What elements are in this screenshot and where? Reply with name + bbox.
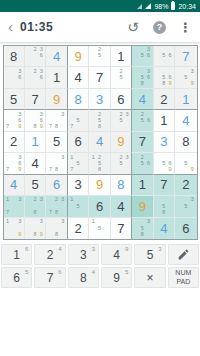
cell-r3c7[interactable]: 4 [132, 89, 153, 110]
digit-label: 1 [13, 248, 20, 262]
digit-button-8[interactable]: 84 [68, 267, 99, 288]
pencil-marks: 57 [68, 110, 88, 130]
cell-value: 1 [139, 178, 146, 191]
pencil-marks: 38 [46, 218, 66, 239]
cell-value: 9 [117, 135, 124, 148]
pencil-marks: 3679 [4, 153, 24, 173]
cell-r4c6[interactable]: 235 [111, 110, 132, 131]
digit-label: 7 [47, 271, 54, 285]
cell-value: 6 [74, 135, 81, 148]
cell-r4c1[interactable]: 3679 [4, 110, 25, 131]
digit-label: 3 [80, 248, 87, 262]
digit-placed-count: 4 [58, 246, 61, 252]
cell-r1c6[interactable]: 1 [111, 46, 132, 67]
pencil-marks: 569 [154, 153, 174, 173]
cell-value: 7 [139, 135, 146, 148]
network-icon [137, 4, 142, 9]
digit-placed-count: 3 [92, 246, 95, 252]
cell-value: 6 [96, 200, 103, 213]
cell-r8c1[interactable]: 137 [4, 196, 25, 217]
digit-label: 2 [47, 248, 54, 262]
cell-r5c1[interactable]: 2 [4, 132, 25, 153]
pencil-marks: 25 [111, 67, 131, 87]
cell-r7c9[interactable]: 2 [175, 175, 196, 196]
pencil-marks: 235 [111, 110, 131, 130]
cell-r4c5[interactable]: 258 [89, 110, 110, 131]
cell-r6c2[interactable]: 4 [25, 153, 46, 174]
cell-value: 7 [182, 50, 189, 63]
cell-r8c5[interactable]: 6 [89, 196, 110, 217]
cell-r7c5[interactable]: 9 [89, 175, 110, 196]
help-icon[interactable]: ? [153, 21, 166, 34]
cell-r4c7[interactable]: 256 [132, 110, 153, 131]
cell-value: 2 [182, 178, 189, 191]
pencil-marks: 378 [46, 110, 66, 130]
pencil-marks: 359 [175, 67, 196, 87]
cell-r9c1[interactable]: 139 [4, 218, 25, 239]
cell-r9c6[interactable]: 7 [111, 218, 132, 239]
pencil-mode-icon[interactable] [168, 244, 199, 265]
cell-r1c8[interactable]: 56 [154, 46, 175, 67]
cell-r9c5[interactable]: 15 [89, 218, 110, 239]
status-bar: 98% 20:34 [0, 0, 200, 12]
digit-button-7[interactable]: 76 [34, 267, 65, 288]
cell-value: 8 [182, 135, 189, 148]
cell-value: 4 [32, 157, 39, 170]
cell-r3c5[interactable]: 3 [89, 89, 110, 110]
pencil-marks: 36 [4, 67, 24, 87]
cell-value: 8 [117, 178, 124, 191]
pencil-marks: 235 [111, 153, 131, 173]
digit-button-1[interactable]: 16 [1, 244, 32, 265]
cell-r1c9[interactable]: 7 [175, 46, 196, 67]
cell-value: 2 [10, 135, 17, 148]
cell-r4c4[interactable]: 57 [68, 110, 89, 131]
pencil-icon [177, 248, 190, 261]
pencil-marks: 256 [132, 110, 152, 130]
cell-r1c5[interactable]: 25 [89, 46, 110, 67]
cell-r5c8[interactable]: 3 [154, 132, 175, 153]
cell-value: 6 [117, 93, 124, 106]
digit-placed-count: 3 [158, 246, 161, 252]
cell-r9c7[interactable]: 358 [132, 218, 153, 239]
cell-r3c4[interactable]: 8 [68, 89, 89, 110]
pencil-marks: 15 [89, 218, 109, 239]
cell-value: 7 [117, 222, 124, 235]
cell-r8c8[interactable]: 58 [154, 196, 175, 217]
cell-r5c2[interactable]: 1 [25, 132, 46, 153]
pencil-marks: 358 [132, 218, 152, 239]
cell-value: 1 [160, 114, 167, 127]
cell-r5c7[interactable]: 7 [132, 132, 153, 153]
pencil-marks: 3679 [4, 110, 24, 130]
pencil-marks: 56 [154, 46, 174, 66]
pencil-marks: 157 [68, 153, 88, 173]
digit-button-5[interactable]: 53 [134, 244, 165, 265]
pencil-marks: 59 [175, 153, 196, 173]
erase-button[interactable]: × [134, 267, 165, 288]
pencil-marks: 238 [25, 196, 45, 216]
pencil-marks: 3689 [25, 110, 45, 130]
digit-button-9[interactable]: 95 [101, 267, 132, 288]
battery-percent: 98% [154, 3, 168, 10]
cell-r8c4[interactable]: 15 [68, 196, 89, 217]
pencil-marks: 236 [25, 46, 45, 66]
cell-value: 3 [96, 93, 103, 106]
cell-r2c9[interactable]: 359 [175, 67, 196, 88]
cell-r1c2[interactable]: 236 [25, 46, 46, 67]
cell-r6c1[interactable]: 3679 [4, 153, 25, 174]
digit-placed-count: 6 [25, 246, 28, 252]
digit-placed-count: 6 [58, 269, 61, 275]
cell-r8c6[interactable]: 4 [111, 196, 132, 217]
digit-label: 6 [13, 271, 20, 285]
cell-value: 1 [32, 135, 39, 148]
cell-value: 7 [160, 178, 167, 191]
digit-label: × [146, 271, 153, 285]
cell-value: 4 [160, 222, 167, 235]
cell-r7c7[interactable]: 1 [132, 175, 153, 196]
cell-r4c3[interactable]: 378 [46, 110, 67, 131]
cell-r6c9[interactable]: 59 [175, 153, 196, 174]
cell-value: 1 [53, 71, 60, 84]
pencil-marks: 15 [68, 196, 88, 216]
digit-button-2[interactable]: 24 [34, 244, 65, 265]
cell-r4c2[interactable]: 3689 [25, 110, 46, 131]
cell-r6c3[interactable]: 378 [46, 153, 67, 174]
cell-r1c3[interactable]: 4 [46, 46, 67, 67]
cell-r2c1[interactable]: 36 [4, 67, 25, 88]
cell-value: 4 [96, 135, 103, 148]
cell-value: 5 [53, 135, 60, 148]
battery-icon [171, 2, 175, 10]
pencil-marks: 58 [154, 196, 174, 216]
cell-r8c3[interactable]: 2378 [46, 196, 67, 217]
pencil-marks: 137 [4, 196, 24, 216]
cell-r8c9[interactable]: 35 [175, 196, 196, 217]
cell-r2c7[interactable]: 3568 [132, 67, 153, 88]
cell-value: 3 [74, 178, 81, 191]
sudoku-board: 8236492513565673623614725356856893595798… [3, 45, 198, 240]
cell-r9c4[interactable]: 2 [68, 218, 89, 239]
cell-value: 4 [182, 114, 189, 127]
cell-r8c7[interactable]: 9 [132, 196, 153, 217]
cell-r7c3[interactable]: 6 [46, 175, 67, 196]
cell-value: 9 [96, 178, 103, 191]
pencil-marks: 139 [4, 218, 24, 239]
game-timer: 01:35 [20, 20, 53, 34]
digit-button-6[interactable]: 65 [1, 267, 32, 288]
cell-value: 4 [53, 50, 60, 63]
cell-value: 5 [10, 93, 17, 106]
cell-r5c3[interactable]: 5 [46, 132, 67, 153]
cell-r7c1[interactable]: 4 [4, 175, 25, 196]
cell-value: 4 [10, 178, 17, 191]
pencil-marks: 389 [25, 218, 45, 239]
pencil-marks: 5689 [154, 67, 174, 87]
cell-r5c9[interactable]: 8 [175, 132, 196, 153]
cell-r7c8[interactable]: 7 [154, 175, 175, 196]
cell-r9c3[interactable]: 38 [46, 218, 67, 239]
cell-value: 5 [32, 178, 39, 191]
cell-r2c8[interactable]: 5689 [154, 67, 175, 88]
digit-placed-count: 9 [125, 246, 128, 252]
cell-r7c2[interactable]: 5 [25, 175, 46, 196]
cell-r2c6[interactable]: 25 [111, 67, 132, 88]
cell-r7c6[interactable]: 8 [111, 175, 132, 196]
cell-r5c6[interactable]: 9 [111, 132, 132, 153]
cell-r6c4[interactable]: 157 [68, 153, 89, 174]
cell-r2c4[interactable]: 4 [68, 67, 89, 88]
cell-r3c8[interactable]: 2 [154, 89, 175, 110]
cell-r3c1[interactable]: 5 [4, 89, 25, 110]
cell-r7c4[interactable]: 3 [68, 175, 89, 196]
back-icon[interactable]: ‹ [8, 18, 13, 35]
cell-r9c8[interactable]: 4 [154, 218, 175, 239]
cell-value: 4 [139, 93, 146, 106]
pencil-marks: 236 [25, 67, 45, 87]
cell-value: 3 [160, 135, 167, 148]
cell-value: 1 [182, 93, 189, 106]
digit-placed-count: 5 [25, 269, 28, 275]
pencil-marks: 356 [132, 46, 152, 66]
cell-value: 9 [74, 50, 81, 63]
digit-button-3[interactable]: 33 [68, 244, 99, 265]
app-bar: ‹ 01:35 ↺ ? ⋮ [0, 12, 200, 42]
status-time: 20:34 [178, 3, 196, 10]
cell-r5c4[interactable]: 6 [68, 132, 89, 153]
number-pad: 162433495365768495×NUMPAD [1, 244, 199, 288]
cell-r6c5[interactable]: 1258 [89, 153, 110, 174]
cell-r1c1[interactable]: 8 [4, 46, 25, 67]
signal-icon [145, 3, 151, 9]
pencil-marks: 35 [175, 196, 196, 216]
cell-r3c9[interactable]: 1 [175, 89, 196, 110]
pencil-marks: 2378 [46, 196, 66, 216]
undo-icon[interactable]: ↺ [127, 20, 139, 34]
cell-r3c2[interactable]: 7 [25, 89, 46, 110]
digit-label: 8 [80, 271, 87, 285]
cell-r4c8[interactable]: 1 [154, 110, 175, 131]
digit-placed-count: 4 [92, 269, 95, 275]
pencil-marks: 258 [89, 110, 109, 130]
cell-value: 4 [117, 200, 124, 213]
cell-value: 6 [53, 178, 60, 191]
pencil-marks: 378 [46, 153, 66, 173]
cell-value: 8 [74, 93, 81, 106]
cell-r6c6[interactable]: 235 [111, 153, 132, 174]
cell-r4c9[interactable]: 4 [175, 110, 196, 131]
digit-label: 5 [147, 248, 154, 262]
cell-r6c7[interactable]: 256 [132, 153, 153, 174]
digit-button-4[interactable]: 49 [101, 244, 132, 265]
cell-r6c8[interactable]: 569 [154, 153, 175, 174]
cell-r9c2[interactable]: 389 [25, 218, 46, 239]
cell-value: 9 [53, 93, 60, 106]
pencil-marks: 256 [132, 153, 152, 173]
cell-r3c6[interactable]: 6 [111, 89, 132, 110]
overflow-menu-icon[interactable]: ⋮ [179, 20, 192, 35]
cell-r1c7[interactable]: 356 [132, 46, 153, 67]
cell-value: 1 [117, 50, 124, 63]
cell-r3c3[interactable]: 9 [46, 89, 67, 110]
cell-r2c3[interactable]: 1 [46, 67, 67, 88]
cell-value: 2 [160, 93, 167, 106]
pencil-marks: 25 [89, 46, 109, 66]
digit-placed-count: 5 [125, 269, 128, 275]
digit-label: 4 [113, 248, 120, 262]
cell-r1c4[interactable]: 9 [68, 46, 89, 67]
cell-r8c2[interactable]: 238 [25, 196, 46, 217]
cell-r9c9[interactable]: 6 [175, 218, 196, 239]
pencil-marks: 1258 [89, 153, 109, 173]
cell-value: 4 [74, 71, 81, 84]
cell-value: 2 [74, 222, 81, 235]
numpad-toggle-button[interactable]: NUMPAD [168, 267, 199, 288]
pencil-marks: 3568 [132, 67, 152, 87]
cell-r2c2[interactable]: 236 [25, 67, 46, 88]
cell-value: 7 [96, 71, 103, 84]
cell-value: 8 [10, 50, 17, 63]
cell-value: 7 [32, 93, 39, 106]
cell-r2c5[interactable]: 7 [89, 67, 110, 88]
cell-r5c5[interactable]: 4 [89, 132, 110, 153]
digit-label: 9 [113, 271, 120, 285]
cell-value: 6 [182, 222, 189, 235]
cell-value: 9 [139, 200, 146, 213]
